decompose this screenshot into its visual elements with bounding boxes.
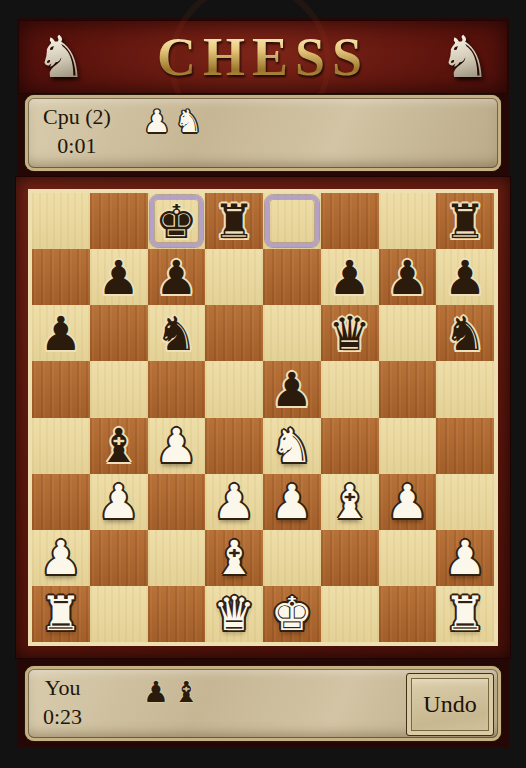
square-g4[interactable] [379,418,437,474]
square-e4[interactable]: ♞ [263,418,321,474]
you-player-clock: 0:23 [43,704,82,730]
square-e2[interactable] [263,530,321,586]
square-d3[interactable]: ♟ [205,474,263,530]
piece-white-pawn: ♟ [444,534,486,581]
square-c3[interactable] [148,474,206,530]
square-h2[interactable]: ♟ [436,530,494,586]
square-h8[interactable]: ♜ [436,193,494,249]
square-h4[interactable] [436,418,494,474]
square-a4[interactable] [32,418,90,474]
piece-black-pawn: ♟ [98,254,140,301]
square-a2[interactable]: ♟ [32,530,90,586]
square-b4[interactable]: ♝ [90,418,148,474]
square-d1[interactable]: ♛ [205,586,263,642]
square-c1[interactable] [148,586,206,642]
knight-logo-right-icon: ♞ [439,28,491,86]
piece-white-pawn: ♟ [155,422,197,469]
square-d6[interactable] [205,305,263,361]
square-g8[interactable] [379,193,437,249]
square-d5[interactable] [205,361,263,417]
square-h5[interactable] [436,361,494,417]
square-d7[interactable] [205,249,263,305]
cpu-captured-tray: ♟♞ [143,101,207,141]
board-squares: ♚♜♜♟♟♟♟♟♟♞♛♞♟♝♟♞♟♟♟♝♟♟♝♟♜♛♚♜ [28,189,498,646]
you-player-panel: You 0:23 ♟♝ Undo [25,666,501,741]
piece-white-rook: ♜ [444,590,486,637]
square-c7[interactable]: ♟ [148,249,206,305]
square-a1[interactable]: ♜ [32,586,90,642]
piece-white-bishop: ♝ [213,534,255,581]
piece-black-knight: ♞ [444,310,486,357]
piece-white-pawn: ♟ [213,478,255,525]
app-window: ♞ CHESS ♞ Cpu (2) 0:01 ♟♞ ♚♜♜♟♟♟♟♟♟♞♛♞♟♝… [0,0,526,768]
square-a6[interactable]: ♟ [32,305,90,361]
knight-logo-left-icon: ♞ [35,28,87,86]
you-player-info: You 0:23 [43,675,82,730]
piece-black-pawn: ♟ [444,254,486,301]
cpu-player-panel: Cpu (2) 0:01 ♟♞ [25,95,501,171]
piece-white-queen: ♛ [213,590,255,637]
piece-black-pawn: ♟ [40,310,82,357]
you-player-name: You [43,675,82,701]
piece-white-pawn: ♟ [271,478,313,525]
square-g6[interactable] [379,305,437,361]
captured-black-pawn: ♟ [143,675,173,709]
square-a3[interactable] [32,474,90,530]
square-d2[interactable]: ♝ [205,530,263,586]
square-c6[interactable]: ♞ [148,305,206,361]
piece-black-pawn: ♟ [155,254,197,301]
square-g7[interactable]: ♟ [379,249,437,305]
square-f4[interactable] [321,418,379,474]
square-g2[interactable] [379,530,437,586]
square-f3[interactable]: ♝ [321,474,379,530]
square-b1[interactable] [90,586,148,642]
square-b5[interactable] [90,361,148,417]
captured-black-bishop: ♝ [173,675,203,709]
square-b3[interactable]: ♟ [90,474,148,530]
piece-white-pawn: ♟ [98,478,140,525]
piece-white-rook: ♜ [40,590,82,637]
square-e7[interactable] [263,249,321,305]
app-title: CHESS [157,27,369,87]
square-b2[interactable] [90,530,148,586]
square-b8[interactable] [90,193,148,249]
piece-black-pawn: ♟ [386,254,428,301]
cpu-player-info: Cpu (2) 0:01 [43,104,111,159]
you-captured-tray: ♟♝ [143,672,203,712]
square-g5[interactable] [379,361,437,417]
piece-black-pawn: ♟ [271,366,313,413]
piece-black-pawn: ♟ [329,254,371,301]
square-d8[interactable]: ♜ [205,193,263,249]
piece-white-knight: ♞ [271,422,313,469]
piece-white-king: ♚ [271,590,313,637]
square-e3[interactable]: ♟ [263,474,321,530]
square-h7[interactable]: ♟ [436,249,494,305]
square-e5[interactable]: ♟ [263,361,321,417]
square-f8[interactable] [321,193,379,249]
piece-white-pawn: ♟ [40,534,82,581]
square-f7[interactable]: ♟ [321,249,379,305]
header-banner: ♞ CHESS ♞ [19,21,507,93]
square-e1[interactable]: ♚ [263,586,321,642]
undo-button[interactable]: Undo [406,673,494,736]
square-h1[interactable]: ♜ [436,586,494,642]
square-d4[interactable] [205,418,263,474]
piece-white-bishop: ♝ [329,478,371,525]
square-a5[interactable] [32,361,90,417]
square-g1[interactable] [379,586,437,642]
square-b6[interactable] [90,305,148,361]
piece-black-king: ♚ [155,198,197,245]
square-f5[interactable] [321,361,379,417]
piece-black-knight: ♞ [155,310,197,357]
square-c8[interactable]: ♚ [148,193,206,249]
square-h6[interactable]: ♞ [436,305,494,361]
square-g3[interactable]: ♟ [379,474,437,530]
square-c2[interactable] [148,530,206,586]
piece-white-pawn: ♟ [386,478,428,525]
piece-black-rook: ♜ [213,198,255,245]
square-f2[interactable] [321,530,379,586]
cpu-player-clock: 0:01 [43,133,111,159]
square-e6[interactable] [263,305,321,361]
square-c5[interactable] [148,361,206,417]
piece-black-queen: ♛ [329,310,371,357]
square-f6[interactable]: ♛ [321,305,379,361]
square-f1[interactable] [321,586,379,642]
piece-black-bishop: ♝ [98,422,140,469]
square-h3[interactable] [436,474,494,530]
square-a8[interactable] [32,193,90,249]
square-a7[interactable] [32,249,90,305]
square-b7[interactable]: ♟ [90,249,148,305]
cpu-player-name: Cpu (2) [43,104,111,130]
square-c4[interactable]: ♟ [148,418,206,474]
piece-black-rook: ♜ [444,198,486,245]
captured-white-knight: ♞ [175,103,207,139]
square-e8[interactable] [263,193,321,249]
captured-white-pawn: ♟ [143,103,175,139]
board-frame: ♚♜♜♟♟♟♟♟♟♞♛♞♟♝♟♞♟♟♟♝♟♟♝♟♜♛♚♜ [16,177,510,658]
